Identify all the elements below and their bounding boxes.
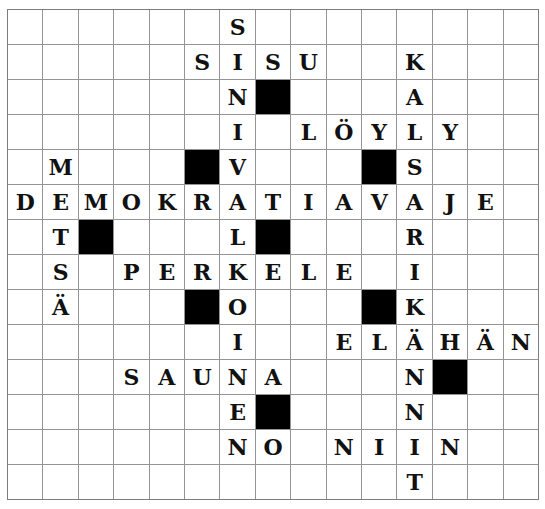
cell-r9-c3[interactable] <box>114 325 148 359</box>
cell-r0-c3[interactable] <box>114 10 148 44</box>
cell-r1-c10[interactable] <box>362 45 396 79</box>
cell-r7-c0[interactable] <box>8 255 42 289</box>
cell-r6-c14[interactable] <box>504 220 538 254</box>
cell-r4-c9[interactable] <box>327 150 361 184</box>
cell-r2-c4[interactable] <box>150 80 184 114</box>
cell-r9-c10[interactable]: L <box>362 325 396 359</box>
cell-r0-c2[interactable] <box>79 10 113 44</box>
cell-r3-c7[interactable] <box>256 115 290 149</box>
cell-r8-c13[interactable] <box>468 290 502 324</box>
cell-r10-c10[interactable] <box>362 360 396 394</box>
cell-r5-c1[interactable]: E <box>43 185 77 219</box>
cell-r6-c8[interactable] <box>291 220 325 254</box>
cell-r2-c8[interactable] <box>291 80 325 114</box>
cell-r8-c12[interactable] <box>433 290 467 324</box>
cell-r13-c10[interactable] <box>362 465 396 499</box>
cell-r10-c6[interactable]: N <box>220 360 254 394</box>
cell-r1-c1[interactable] <box>43 45 77 79</box>
cell-r10-c8[interactable] <box>291 360 325 394</box>
cell-r0-c0[interactable] <box>8 10 42 44</box>
cell-r12-c11[interactable]: I <box>397 430 431 464</box>
cell-r12-c13[interactable] <box>468 430 502 464</box>
block-cell-r10-c12 <box>433 360 467 394</box>
cell-r7-c5[interactable]: R <box>185 255 219 289</box>
cell-r3-c3[interactable] <box>114 115 148 149</box>
cell-r4-c6[interactable]: V <box>220 150 254 184</box>
cell-r10-c4[interactable]: A <box>150 360 184 394</box>
cell-r12-c5[interactable] <box>185 430 219 464</box>
cell-r9-c0[interactable] <box>8 325 42 359</box>
block-cell-r8-c5 <box>185 290 219 324</box>
cell-r2-c0[interactable] <box>8 80 42 114</box>
cell-r8-c9[interactable] <box>327 290 361 324</box>
cell-r9-c13[interactable]: Ä <box>468 325 502 359</box>
cell-r1-c7[interactable]: S <box>256 45 290 79</box>
cell-r10-c7[interactable]: A <box>256 360 290 394</box>
cell-r10-c13[interactable] <box>468 360 502 394</box>
cell-r12-c0[interactable] <box>8 430 42 464</box>
cell-r11-c5[interactable] <box>185 395 219 429</box>
cell-r8-c14[interactable] <box>504 290 538 324</box>
cell-r7-c6[interactable]: K <box>220 255 254 289</box>
cell-r12-c10[interactable]: I <box>362 430 396 464</box>
cell-r8-c1[interactable]: Ä <box>43 290 77 324</box>
cell-r3-c9[interactable]: Ö <box>327 115 361 149</box>
cell-r13-c8[interactable] <box>291 465 325 499</box>
cell-r13-c2[interactable] <box>79 465 113 499</box>
cell-r4-c12[interactable] <box>433 150 467 184</box>
block-cell-r8-c10 <box>362 290 396 324</box>
cell-r3-c8[interactable]: L <box>291 115 325 149</box>
cell-r5-c11[interactable]: A <box>397 185 431 219</box>
cell-r2-c13[interactable] <box>468 80 502 114</box>
cell-r4-c1[interactable]: M <box>43 150 77 184</box>
cell-r1-c6[interactable]: I <box>220 45 254 79</box>
cell-r6-c6[interactable]: L <box>220 220 254 254</box>
cell-r10-c9[interactable] <box>327 360 361 394</box>
cell-r13-c11[interactable]: T <box>397 465 431 499</box>
cell-r9-c11[interactable]: Ä <box>397 325 431 359</box>
cell-r0-c11[interactable] <box>397 10 431 44</box>
cell-r3-c11[interactable]: L <box>397 115 431 149</box>
cell-r13-c13[interactable] <box>468 465 502 499</box>
cell-r7-c10[interactable] <box>362 255 396 289</box>
cell-r2-c5[interactable] <box>185 80 219 114</box>
cell-r12-c9[interactable]: N <box>327 430 361 464</box>
cell-r0-c13[interactable] <box>468 10 502 44</box>
cell-r8-c2[interactable] <box>79 290 113 324</box>
cell-r5-c2[interactable]: M <box>79 185 113 219</box>
cell-r2-c14[interactable] <box>504 80 538 114</box>
cell-r7-c2[interactable] <box>79 255 113 289</box>
cell-r4-c13[interactable] <box>468 150 502 184</box>
cell-r8-c4[interactable] <box>150 290 184 324</box>
cell-r11-c9[interactable] <box>327 395 361 429</box>
cell-r5-c9[interactable]: A <box>327 185 361 219</box>
cell-r4-c2[interactable] <box>79 150 113 184</box>
cell-r2-c10[interactable] <box>362 80 396 114</box>
cell-r12-c4[interactable] <box>150 430 184 464</box>
cell-r0-c6[interactable]: S <box>220 10 254 44</box>
cell-r6-c9[interactable] <box>327 220 361 254</box>
cell-r1-c14[interactable] <box>504 45 538 79</box>
cell-r11-c3[interactable] <box>114 395 148 429</box>
cell-r9-c4[interactable] <box>150 325 184 359</box>
cell-r4-c4[interactable] <box>150 150 184 184</box>
cell-r9-c2[interactable] <box>79 325 113 359</box>
cell-r8-c7[interactable] <box>256 290 290 324</box>
cell-r6-c3[interactable] <box>114 220 148 254</box>
cell-r11-c1[interactable] <box>43 395 77 429</box>
cell-r3-c13[interactable] <box>468 115 502 149</box>
cell-r10-c11[interactable]: N <box>397 360 431 394</box>
cell-r5-c0[interactable]: D <box>8 185 42 219</box>
block-cell-r4-c5 <box>185 150 219 184</box>
cell-r6-c1[interactable]: T <box>43 220 77 254</box>
cell-r1-c8[interactable]: U <box>291 45 325 79</box>
cell-r5-c6[interactable]: A <box>220 185 254 219</box>
cell-r4-c0[interactable] <box>8 150 42 184</box>
cell-r2-c9[interactable] <box>327 80 361 114</box>
cell-r1-c0[interactable] <box>8 45 42 79</box>
cell-r11-c13[interactable] <box>468 395 502 429</box>
cell-r4-c8[interactable] <box>291 150 325 184</box>
cell-r11-c12[interactable] <box>433 395 467 429</box>
cell-r5-c14[interactable] <box>504 185 538 219</box>
cell-r11-c14[interactable] <box>504 395 538 429</box>
cell-r6-c13[interactable] <box>468 220 502 254</box>
cell-r2-c1[interactable] <box>43 80 77 114</box>
cell-r5-c12[interactable]: J <box>433 185 467 219</box>
cell-r6-c10[interactable] <box>362 220 396 254</box>
cell-r0-c9[interactable] <box>327 10 361 44</box>
cell-r0-c7[interactable] <box>256 10 290 44</box>
cell-r2-c2[interactable] <box>79 80 113 114</box>
cell-r11-c11[interactable]: N <box>397 395 431 429</box>
cell-r3-c10[interactable]: Y <box>362 115 396 149</box>
crossword-page: SSISUKNAILÖYLYMVSDEMOKRATIAVAJETLRSPERKE… <box>0 0 545 509</box>
cell-r4-c11[interactable]: S <box>397 150 431 184</box>
cell-r9-c1[interactable] <box>43 325 77 359</box>
cell-r8-c6[interactable]: O <box>220 290 254 324</box>
cell-r9-c14[interactable]: N <box>504 325 538 359</box>
cell-r9-c6[interactable]: I <box>220 325 254 359</box>
cell-r12-c14[interactable] <box>504 430 538 464</box>
cell-r13-c3[interactable] <box>114 465 148 499</box>
cell-r1-c9[interactable] <box>327 45 361 79</box>
cell-r0-c8[interactable] <box>291 10 325 44</box>
cell-r5-c5[interactable]: R <box>185 185 219 219</box>
cell-r13-c9[interactable] <box>327 465 361 499</box>
cell-r7-c14[interactable] <box>504 255 538 289</box>
cell-r13-c6[interactable] <box>220 465 254 499</box>
cell-r12-c6[interactable]: N <box>220 430 254 464</box>
cell-r2-c12[interactable] <box>433 80 467 114</box>
cell-r3-c1[interactable] <box>43 115 77 149</box>
cell-r10-c0[interactable] <box>8 360 42 394</box>
cell-r1-c13[interactable] <box>468 45 502 79</box>
cell-r10-c14[interactable] <box>504 360 538 394</box>
cell-r9-c8[interactable] <box>291 325 325 359</box>
cell-r0-c1[interactable] <box>43 10 77 44</box>
cell-r12-c3[interactable] <box>114 430 148 464</box>
cell-r8-c3[interactable] <box>114 290 148 324</box>
cell-r6-c5[interactable] <box>185 220 219 254</box>
cell-r0-c10[interactable] <box>362 10 396 44</box>
cell-r6-c12[interactable] <box>433 220 467 254</box>
cell-r2-c6[interactable]: N <box>220 80 254 114</box>
cell-r1-c3[interactable] <box>114 45 148 79</box>
cell-r5-c4[interactable]: K <box>150 185 184 219</box>
cell-r1-c2[interactable] <box>79 45 113 79</box>
cell-r11-c4[interactable] <box>150 395 184 429</box>
cell-r13-c4[interactable] <box>150 465 184 499</box>
cell-r13-c14[interactable] <box>504 465 538 499</box>
cell-r3-c0[interactable] <box>8 115 42 149</box>
cell-r5-c13[interactable]: E <box>468 185 502 219</box>
cell-r3-c12[interactable]: Y <box>433 115 467 149</box>
cell-r13-c1[interactable] <box>43 465 77 499</box>
cell-r10-c2[interactable] <box>79 360 113 394</box>
cell-r7-c4[interactable]: E <box>150 255 184 289</box>
cell-r11-c8[interactable] <box>291 395 325 429</box>
cell-r0-c4[interactable] <box>150 10 184 44</box>
cell-r1-c11[interactable]: K <box>397 45 431 79</box>
cell-r2-c11[interactable]: A <box>397 80 431 114</box>
cell-r4-c7[interactable] <box>256 150 290 184</box>
cell-r0-c12[interactable] <box>433 10 467 44</box>
cell-r7-c12[interactable] <box>433 255 467 289</box>
cell-r12-c8[interactable] <box>291 430 325 464</box>
cell-r5-c10[interactable]: V <box>362 185 396 219</box>
cell-r13-c7[interactable] <box>256 465 290 499</box>
cell-r7-c13[interactable] <box>468 255 502 289</box>
cell-r10-c5[interactable]: U <box>185 360 219 394</box>
cell-r1-c12[interactable] <box>433 45 467 79</box>
block-cell-r11-c7 <box>256 395 290 429</box>
cell-r13-c12[interactable] <box>433 465 467 499</box>
cell-r11-c10[interactable] <box>362 395 396 429</box>
cell-r5-c8[interactable]: I <box>291 185 325 219</box>
cell-r3-c6[interactable]: I <box>220 115 254 149</box>
cell-r12-c1[interactable] <box>43 430 77 464</box>
cell-r6-c11[interactable]: R <box>397 220 431 254</box>
cell-r7-c3[interactable]: P <box>114 255 148 289</box>
cell-r13-c5[interactable] <box>185 465 219 499</box>
cell-r6-c0[interactable] <box>8 220 42 254</box>
cell-r7-c1[interactable]: S <box>43 255 77 289</box>
cell-r7-c7[interactable]: E <box>256 255 290 289</box>
cell-r8-c0[interactable] <box>8 290 42 324</box>
crossword-board: SSISUKNAILÖYLYMVSDEMOKRATIAVAJETLRSPERKE… <box>7 9 539 500</box>
cell-r3-c14[interactable] <box>504 115 538 149</box>
cell-r6-c4[interactable] <box>150 220 184 254</box>
cell-r10-c3[interactable]: S <box>114 360 148 394</box>
cell-r0-c14[interactable] <box>504 10 538 44</box>
cell-r12-c2[interactable] <box>79 430 113 464</box>
cell-r13-c0[interactable] <box>8 465 42 499</box>
cell-r1-c4[interactable] <box>150 45 184 79</box>
cell-r9-c7[interactable] <box>256 325 290 359</box>
cell-r2-c3[interactable] <box>114 80 148 114</box>
block-cell-r4-c10 <box>362 150 396 184</box>
cell-r9-c12[interactable]: H <box>433 325 467 359</box>
block-cell-r6-c7 <box>256 220 290 254</box>
cell-r8-c11[interactable]: K <box>397 290 431 324</box>
cell-r3-c5[interactable] <box>185 115 219 149</box>
cell-r10-c1[interactable] <box>43 360 77 394</box>
block-cell-r6-c2 <box>79 220 113 254</box>
cell-r12-c7[interactable]: O <box>256 430 290 464</box>
cell-r3-c4[interactable] <box>150 115 184 149</box>
cell-r12-c12[interactable]: N <box>433 430 467 464</box>
cell-r4-c3[interactable] <box>114 150 148 184</box>
cell-r11-c6[interactable]: E <box>220 395 254 429</box>
cell-r11-c2[interactable] <box>79 395 113 429</box>
cell-r9-c5[interactable] <box>185 325 219 359</box>
cell-r7-c8[interactable]: L <box>291 255 325 289</box>
cell-r8-c8[interactable] <box>291 290 325 324</box>
cell-r7-c11[interactable]: I <box>397 255 431 289</box>
cell-r3-c2[interactable] <box>79 115 113 149</box>
cell-r9-c9[interactable]: E <box>327 325 361 359</box>
cell-r1-c5[interactable]: S <box>185 45 219 79</box>
cell-r5-c7[interactable]: T <box>256 185 290 219</box>
block-cell-r2-c7 <box>256 80 290 114</box>
cell-r7-c9[interactable]: E <box>327 255 361 289</box>
cell-r0-c5[interactable] <box>185 10 219 44</box>
cell-r11-c0[interactable] <box>8 395 42 429</box>
cell-r5-c3[interactable]: O <box>114 185 148 219</box>
cell-r4-c14[interactable] <box>504 150 538 184</box>
